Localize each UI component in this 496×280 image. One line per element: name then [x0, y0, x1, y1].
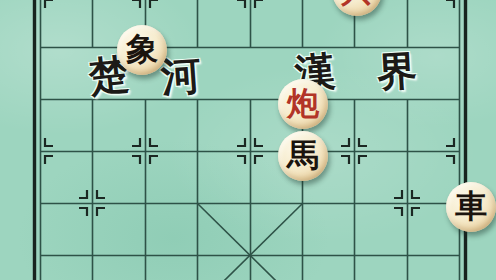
- black-elephant-glyph: 象: [126, 33, 158, 65]
- red-cannon-glyph: 炮: [287, 87, 319, 119]
- grid-lines: [40, 0, 460, 280]
- piece-black-chariot[interactable]: 車: [446, 182, 496, 232]
- black-horse-glyph: 馬: [287, 139, 319, 171]
- red-soldier-glyph: 兵: [341, 0, 373, 6]
- piece-black-horse[interactable]: 馬: [278, 131, 328, 181]
- piece-black-elephant[interactable]: 象: [117, 25, 167, 75]
- xiangqi-board: 楚 河 漢 界 兵 象 炮 馬 車: [0, 0, 496, 280]
- black-chariot-glyph: 車: [455, 190, 487, 222]
- point-markers: [45, 0, 454, 216]
- piece-red-cannon[interactable]: 炮: [278, 79, 328, 129]
- river-label-he: 河: [160, 56, 203, 99]
- river-label-jie: 界: [376, 51, 418, 93]
- board-grid: [0, 0, 496, 280]
